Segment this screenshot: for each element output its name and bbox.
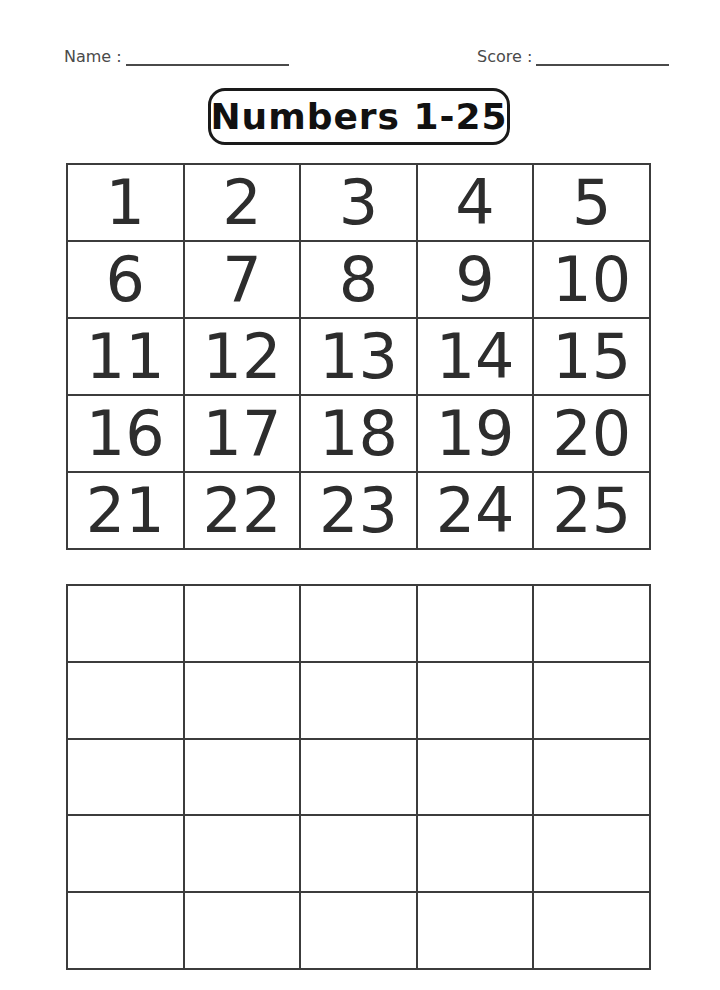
empty-cell [68, 893, 183, 968]
number-cell-10: 10 [534, 242, 649, 317]
score-label: Score : [477, 48, 532, 66]
number-cell-20: 20 [534, 396, 649, 471]
number-cell-7: 7 [185, 242, 300, 317]
empty-cell [534, 663, 649, 738]
number-cell-16: 16 [68, 396, 183, 471]
empty-cell [301, 586, 416, 661]
empty-cell [418, 816, 533, 891]
empty-cell [301, 893, 416, 968]
empty-cell [185, 663, 300, 738]
empty-cell [418, 740, 533, 815]
empty-cell [185, 586, 300, 661]
number-cell-12: 12 [185, 319, 300, 394]
name-label: Name : [64, 48, 122, 66]
number-cell-15: 15 [534, 319, 649, 394]
number-cell-13: 13 [301, 319, 416, 394]
number-cell-22: 22 [185, 473, 300, 548]
number-cell-21: 21 [68, 473, 183, 548]
empty-cell [68, 816, 183, 891]
score-field: Score : [477, 46, 669, 66]
empty-cell [534, 893, 649, 968]
empty-cell [68, 663, 183, 738]
empty-cell [185, 893, 300, 968]
number-cell-24: 24 [418, 473, 533, 548]
number-cell-8: 8 [301, 242, 416, 317]
number-cell-18: 18 [301, 396, 416, 471]
name-field: Name : [64, 46, 289, 66]
number-cell-3: 3 [301, 165, 416, 240]
number-cell-2: 2 [185, 165, 300, 240]
number-cell-25: 25 [534, 473, 649, 548]
number-cell-4: 4 [418, 165, 533, 240]
number-cell-5: 5 [534, 165, 649, 240]
empty-cell [534, 586, 649, 661]
numbers-grid: 1234567891011121314151617181920212223242… [66, 163, 651, 550]
score-blank-line [536, 46, 669, 66]
empty-cell [418, 893, 533, 968]
number-cell-11: 11 [68, 319, 183, 394]
empty-cell [185, 816, 300, 891]
page-title: Numbers 1-25 [210, 96, 507, 137]
empty-cell [534, 740, 649, 815]
number-cell-23: 23 [301, 473, 416, 548]
number-cell-19: 19 [418, 396, 533, 471]
worksheet-page: Name : Score : Numbers 1-25 123456789101… [0, 0, 720, 990]
number-cell-14: 14 [418, 319, 533, 394]
name-blank-line [126, 46, 289, 66]
empty-cell [301, 816, 416, 891]
number-cell-1: 1 [68, 165, 183, 240]
empty-cell [68, 586, 183, 661]
practice-grid [66, 584, 651, 970]
empty-cell [418, 663, 533, 738]
empty-cell [185, 740, 300, 815]
empty-cell [68, 740, 183, 815]
empty-cell [418, 586, 533, 661]
empty-cell [301, 740, 416, 815]
number-cell-6: 6 [68, 242, 183, 317]
title-box: Numbers 1-25 [208, 88, 510, 145]
empty-cell [301, 663, 416, 738]
number-cell-17: 17 [185, 396, 300, 471]
number-cell-9: 9 [418, 242, 533, 317]
empty-cell [534, 816, 649, 891]
